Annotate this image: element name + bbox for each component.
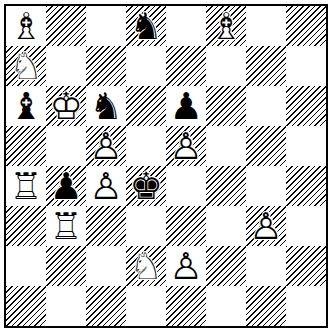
white-king-piece: ♚♔ bbox=[46, 86, 86, 126]
square-h8[interactable] bbox=[286, 6, 326, 46]
square-c2[interactable] bbox=[86, 246, 126, 286]
white-knight-piece: ♞♘ bbox=[6, 46, 46, 86]
square-d8[interactable]: ♞♞ bbox=[126, 6, 166, 46]
square-g8[interactable] bbox=[246, 6, 286, 46]
square-a8[interactable]: ♝♗ bbox=[6, 6, 46, 46]
square-d4[interactable]: ♚♚ bbox=[126, 166, 166, 206]
square-b2[interactable] bbox=[46, 246, 86, 286]
piece-glyph: ♗ bbox=[206, 6, 246, 46]
black-bishop-piece: ♝♝ bbox=[6, 86, 46, 126]
black-pawn-piece: ♟♟ bbox=[166, 86, 206, 126]
chess-diagram: ♝♗♞♞♝♗♞♘♝♝♚♔♞♞♟♟♟♙♟♙♜♖♟♟♟♙♚♚♜♖♟♙♞♘♟♙ bbox=[0, 0, 332, 332]
piece-glyph: ♞ bbox=[86, 86, 126, 126]
square-d7[interactable] bbox=[126, 46, 166, 86]
square-c3[interactable] bbox=[86, 206, 126, 246]
square-c4[interactable]: ♟♙ bbox=[86, 166, 126, 206]
square-c8[interactable] bbox=[86, 6, 126, 46]
square-e6[interactable]: ♟♟ bbox=[166, 86, 206, 126]
square-h5[interactable] bbox=[286, 126, 326, 166]
square-a5[interactable] bbox=[6, 126, 46, 166]
white-pawn-piece: ♟♙ bbox=[86, 166, 126, 206]
white-rook-piece: ♜♖ bbox=[46, 206, 86, 246]
square-g2[interactable] bbox=[246, 246, 286, 286]
square-h4[interactable] bbox=[286, 166, 326, 206]
white-pawn-piece: ♟♙ bbox=[166, 246, 206, 286]
square-e1[interactable] bbox=[166, 286, 206, 326]
square-d1[interactable] bbox=[126, 286, 166, 326]
square-a7[interactable]: ♞♘ bbox=[6, 46, 46, 86]
square-f4[interactable] bbox=[206, 166, 246, 206]
square-a1[interactable] bbox=[6, 286, 46, 326]
square-h3[interactable] bbox=[286, 206, 326, 246]
square-f2[interactable] bbox=[206, 246, 246, 286]
square-e7[interactable] bbox=[166, 46, 206, 86]
black-king-piece: ♚♚ bbox=[126, 166, 166, 206]
square-c1[interactable] bbox=[86, 286, 126, 326]
square-g1[interactable] bbox=[246, 286, 286, 326]
square-c5[interactable]: ♟♙ bbox=[86, 126, 126, 166]
square-e4[interactable] bbox=[166, 166, 206, 206]
square-f8[interactable]: ♝♗ bbox=[206, 6, 246, 46]
piece-glyph: ♖ bbox=[6, 166, 46, 206]
square-e8[interactable] bbox=[166, 6, 206, 46]
square-a2[interactable] bbox=[6, 246, 46, 286]
square-h6[interactable] bbox=[286, 86, 326, 126]
square-d6[interactable] bbox=[126, 86, 166, 126]
piece-glyph: ♘ bbox=[6, 46, 46, 86]
piece-glyph: ♘ bbox=[126, 246, 166, 286]
square-d3[interactable] bbox=[126, 206, 166, 246]
square-f1[interactable] bbox=[206, 286, 246, 326]
square-f6[interactable] bbox=[206, 86, 246, 126]
piece-glyph: ♔ bbox=[46, 86, 86, 126]
square-b8[interactable] bbox=[46, 6, 86, 46]
square-g4[interactable] bbox=[246, 166, 286, 206]
square-d5[interactable] bbox=[126, 126, 166, 166]
square-b3[interactable]: ♜♖ bbox=[46, 206, 86, 246]
piece-glyph: ♞ bbox=[126, 6, 166, 46]
square-a3[interactable] bbox=[6, 206, 46, 246]
white-pawn-piece: ♟♙ bbox=[86, 126, 126, 166]
square-a6[interactable]: ♝♝ bbox=[6, 86, 46, 126]
square-e5[interactable]: ♟♙ bbox=[166, 126, 206, 166]
square-h7[interactable] bbox=[286, 46, 326, 86]
white-pawn-piece: ♟♙ bbox=[166, 126, 206, 166]
piece-glyph: ♙ bbox=[86, 166, 126, 206]
square-c6[interactable]: ♞♞ bbox=[86, 86, 126, 126]
square-b6[interactable]: ♚♔ bbox=[46, 86, 86, 126]
piece-glyph: ♗ bbox=[6, 6, 46, 46]
square-h1[interactable] bbox=[286, 286, 326, 326]
piece-glyph: ♚ bbox=[126, 166, 166, 206]
black-knight-piece: ♞♞ bbox=[86, 86, 126, 126]
square-f3[interactable] bbox=[206, 206, 246, 246]
square-f5[interactable] bbox=[206, 126, 246, 166]
square-g3[interactable]: ♟♙ bbox=[246, 206, 286, 246]
square-f7[interactable] bbox=[206, 46, 246, 86]
piece-glyph: ♟ bbox=[166, 86, 206, 126]
square-b5[interactable] bbox=[46, 126, 86, 166]
square-h2[interactable] bbox=[286, 246, 326, 286]
white-pawn-piece: ♟♙ bbox=[246, 206, 286, 246]
square-g7[interactable] bbox=[246, 46, 286, 86]
square-a4[interactable]: ♜♖ bbox=[6, 166, 46, 206]
white-bishop-piece: ♝♗ bbox=[206, 6, 246, 46]
square-e3[interactable] bbox=[166, 206, 206, 246]
piece-glyph: ♙ bbox=[86, 126, 126, 166]
piece-glyph: ♙ bbox=[246, 206, 286, 246]
piece-glyph: ♖ bbox=[46, 206, 86, 246]
white-bishop-piece: ♝♗ bbox=[6, 6, 46, 46]
square-g6[interactable] bbox=[246, 86, 286, 126]
piece-glyph: ♟ bbox=[46, 166, 86, 206]
piece-glyph: ♙ bbox=[166, 246, 206, 286]
square-g5[interactable] bbox=[246, 126, 286, 166]
black-pawn-piece: ♟♟ bbox=[46, 166, 86, 206]
white-knight-piece: ♞♘ bbox=[126, 246, 166, 286]
piece-glyph: ♙ bbox=[166, 126, 206, 166]
square-e2[interactable]: ♟♙ bbox=[166, 246, 206, 286]
square-d2[interactable]: ♞♘ bbox=[126, 246, 166, 286]
square-b4[interactable]: ♟♟ bbox=[46, 166, 86, 206]
black-knight-piece: ♞♞ bbox=[126, 6, 166, 46]
white-rook-piece: ♜♖ bbox=[6, 166, 46, 206]
square-b1[interactable] bbox=[46, 286, 86, 326]
square-b7[interactable] bbox=[46, 46, 86, 86]
board: ♝♗♞♞♝♗♞♘♝♝♚♔♞♞♟♟♟♙♟♙♜♖♟♟♟♙♚♚♜♖♟♙♞♘♟♙ bbox=[4, 4, 328, 328]
piece-glyph: ♝ bbox=[6, 86, 46, 126]
square-c7[interactable] bbox=[86, 46, 126, 86]
